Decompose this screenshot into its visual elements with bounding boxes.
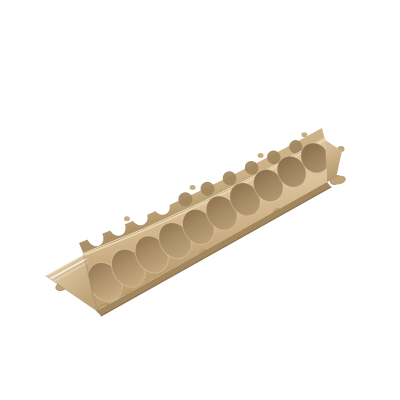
ridge-nub [190, 185, 196, 190]
ridge-nub [258, 153, 264, 158]
ridge-nub [124, 216, 130, 221]
feeder-photo [0, 0, 400, 400]
ridge-nub [301, 132, 307, 137]
product-image [0, 0, 400, 400]
